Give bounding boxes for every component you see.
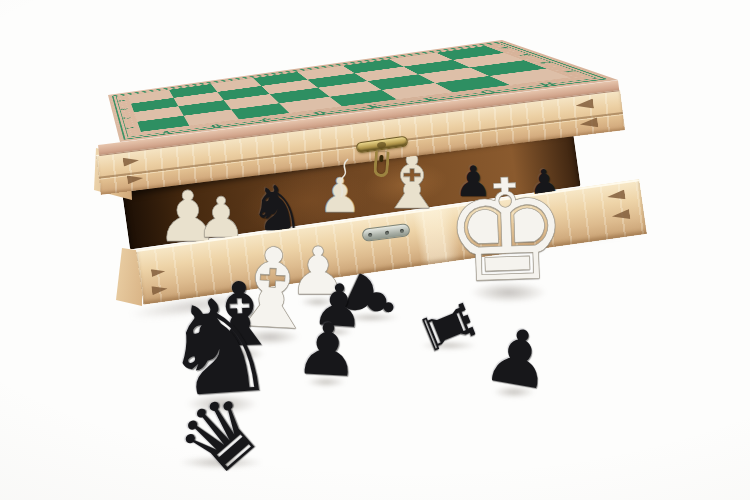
- chess-set-photo: ♟♟♞♟♝♟♟ ABCDEFGH 4321 4321 ♝♟♝♞♛♟♟♟♜♟♚: [0, 0, 750, 500]
- piece-black-rook-lying: ♜: [410, 291, 486, 363]
- brass-clasp-hook: [373, 151, 390, 178]
- finger-joint: [123, 156, 140, 167]
- rank-label-3: 3: [504, 51, 545, 59]
- clasp-slot: [377, 141, 387, 148]
- clasp-keyhole: [379, 155, 383, 162]
- hanging-thread: [333, 157, 357, 201]
- screw: [368, 232, 372, 236]
- screw: [400, 228, 404, 232]
- finger-joint: [607, 189, 626, 201]
- rank-label-4: 4: [486, 44, 524, 51]
- screw: [385, 230, 389, 234]
- finger-joint: [575, 99, 594, 111]
- piece-white-king: ♚: [441, 159, 571, 303]
- piece-black-pawn: ♟: [293, 312, 361, 387]
- piece-black-pawn: ♟: [478, 315, 558, 402]
- finger-joint: [611, 209, 630, 221]
